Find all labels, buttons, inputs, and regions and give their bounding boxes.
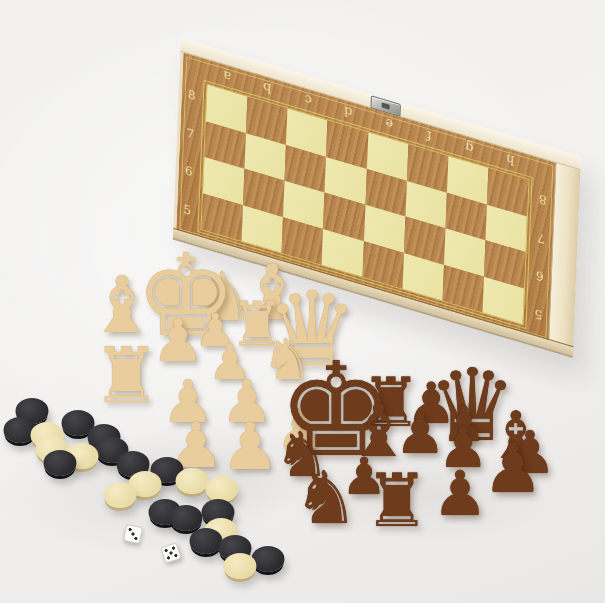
pieces-layer: ♝♚♞♝♟♜♛♟♞♟♜♟♟♟♟♟♟♜♛♟♚♟♝♝♟♟♞♟♟♟♞♜ <box>0 0 605 603</box>
white-rook: ♜ <box>92 338 160 414</box>
dark-knight: ♞ <box>293 461 358 534</box>
die <box>123 524 143 544</box>
scene: abcdefgh 8765 8765 ♝♚♞♝♟♜♛♟♞♟♜♟♟♟♟♟♟♜♛♟♚… <box>0 0 605 603</box>
checker-black <box>44 450 77 476</box>
checker-cream <box>206 476 239 502</box>
checker-cream <box>104 482 137 508</box>
checker-black <box>252 546 285 572</box>
dark-pawn: ♟ <box>432 463 488 525</box>
checker-black <box>190 528 223 554</box>
white-pawn: ♟ <box>221 414 279 479</box>
die <box>160 542 181 563</box>
checker-cream <box>224 553 257 579</box>
dark-rook: ♜ <box>364 464 429 537</box>
checker-black <box>170 505 203 531</box>
dark-pawn: ♟ <box>483 434 544 502</box>
checker-cream <box>176 468 209 494</box>
